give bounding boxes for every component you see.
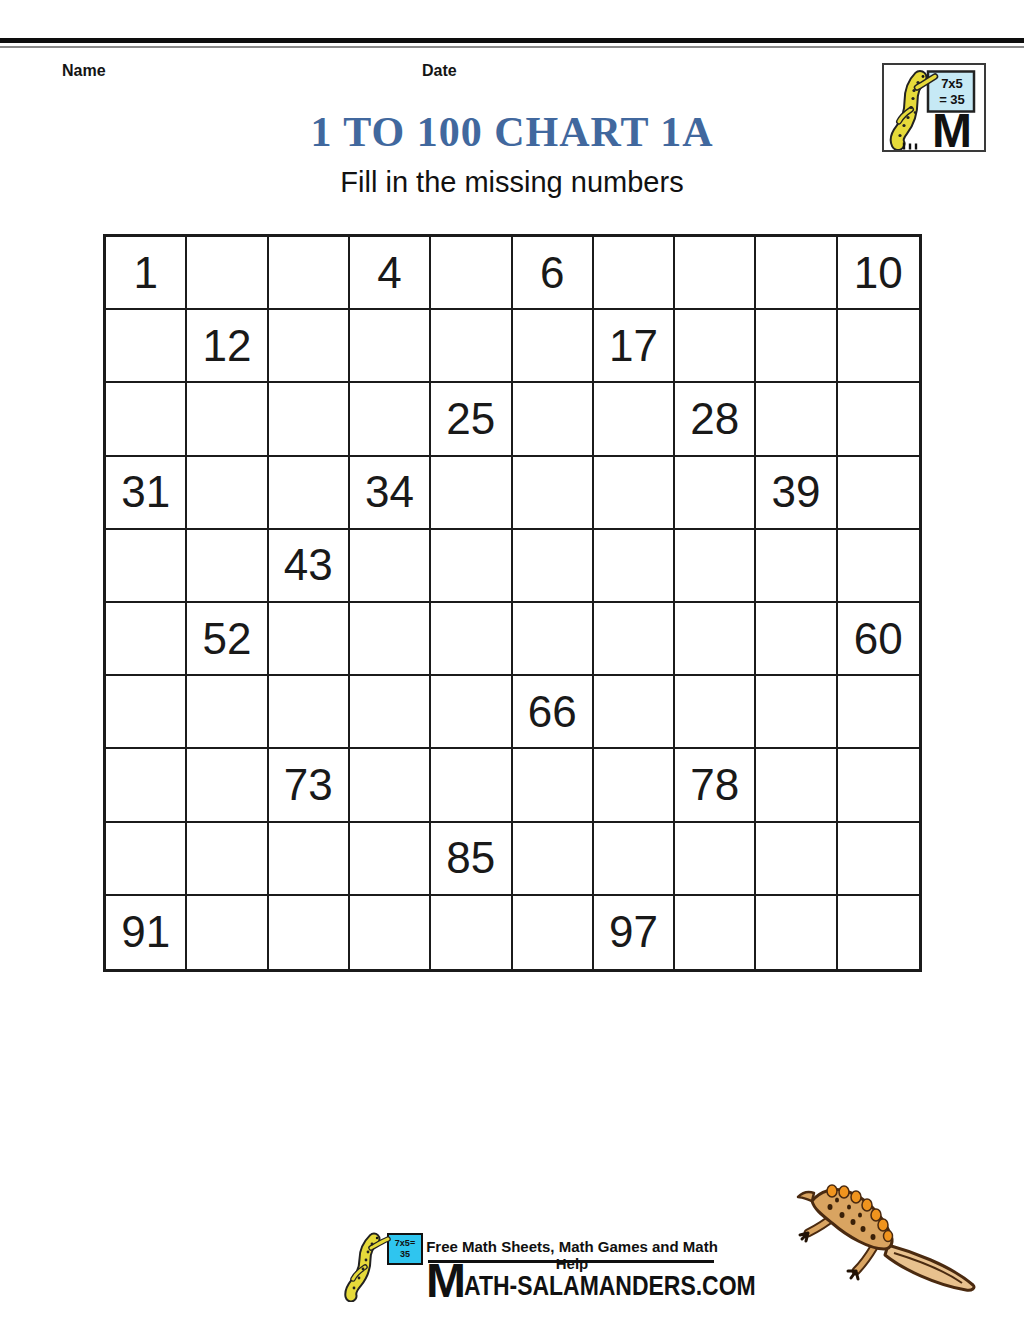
grid-cell-r10c7: 97 <box>594 896 675 969</box>
grid-cell-r3c7[interactable] <box>594 383 675 456</box>
grid-cell-r7c3[interactable] <box>269 676 350 749</box>
grid-cell-r9c8[interactable] <box>675 823 756 896</box>
footer-brand-text: ATH-SALAMANDERS.COM <box>464 1273 756 1300</box>
page-subtitle: Fill in the missing numbers <box>0 166 1024 199</box>
grid-cell-r3c4[interactable] <box>350 383 431 456</box>
page-title: 1 TO 100 CHART 1A <box>0 108 1024 156</box>
grid-cell-r8c4[interactable] <box>350 749 431 822</box>
grid-cell-r9c4[interactable] <box>350 823 431 896</box>
grid-cell-r1c1: 1 <box>106 237 187 310</box>
grid-cell-r2c2: 12 <box>187 310 268 383</box>
grid-cell-r1c6: 6 <box>513 237 594 310</box>
grid-cell-r5c4[interactable] <box>350 530 431 603</box>
footer-salamander-icon: 7x5= 35 <box>336 1230 436 1302</box>
grid-cell-r8c3: 73 <box>269 749 350 822</box>
grid-cell-r4c2[interactable] <box>187 457 268 530</box>
grid-cell-r6c2: 52 <box>187 603 268 676</box>
grid-cell-r3c2[interactable] <box>187 383 268 456</box>
grid-cell-r2c6[interactable] <box>513 310 594 383</box>
grid-cell-r6c1[interactable] <box>106 603 187 676</box>
grid-cell-r7c8[interactable] <box>675 676 756 749</box>
grid-cell-r10c2[interactable] <box>187 896 268 969</box>
grid-cell-r10c3[interactable] <box>269 896 350 969</box>
date-label: Date <box>422 62 457 80</box>
grid-cell-r9c3[interactable] <box>269 823 350 896</box>
grid-cell-r5c8[interactable] <box>675 530 756 603</box>
grid-cell-r7c2[interactable] <box>187 676 268 749</box>
grid-cell-r9c1[interactable] <box>106 823 187 896</box>
grid-cell-r1c5[interactable] <box>431 237 512 310</box>
grid-cell-r6c3[interactable] <box>269 603 350 676</box>
grid-cell-r1c7[interactable] <box>594 237 675 310</box>
grid-cell-r5c7[interactable] <box>594 530 675 603</box>
grid-cell-r1c2[interactable] <box>187 237 268 310</box>
grid-cell-r7c4[interactable] <box>350 676 431 749</box>
grid-cell-r3c5: 25 <box>431 383 512 456</box>
grid-cell-r1c9[interactable] <box>756 237 837 310</box>
footer-brand: M ATH-SALAMANDERS.COM <box>426 1256 820 1300</box>
grid-cell-r8c2[interactable] <box>187 749 268 822</box>
grid-cell-r5c9[interactable] <box>756 530 837 603</box>
grid-cell-r9c7[interactable] <box>594 823 675 896</box>
worksheet-page: Name Date 7x5 = 35 M <box>0 0 1024 1325</box>
grid-cell-r1c4: 4 <box>350 237 431 310</box>
grid-cell-r5c10[interactable] <box>838 530 919 603</box>
grid-cell-r6c6[interactable] <box>513 603 594 676</box>
grid-cell-r4c10[interactable] <box>838 457 919 530</box>
grid-cell-r6c8[interactable] <box>675 603 756 676</box>
grid-cell-r8c7[interactable] <box>594 749 675 822</box>
grid-cell-r7c9[interactable] <box>756 676 837 749</box>
newt-illustration <box>790 1166 990 1298</box>
grid-cell-r3c3[interactable] <box>269 383 350 456</box>
grid-cell-r7c1[interactable] <box>106 676 187 749</box>
grid-cell-r3c6[interactable] <box>513 383 594 456</box>
grid-cell-r4c7[interactable] <box>594 457 675 530</box>
grid-cell-r6c4[interactable] <box>350 603 431 676</box>
board-equation-line1: 7x5 <box>941 76 963 91</box>
grid-cell-r10c9[interactable] <box>756 896 837 969</box>
grid-cell-r3c9[interactable] <box>756 383 837 456</box>
grid-cell-r9c5: 85 <box>431 823 512 896</box>
grid-cell-r7c5[interactable] <box>431 676 512 749</box>
grid-cell-r4c3[interactable] <box>269 457 350 530</box>
grid-cell-r2c7: 17 <box>594 310 675 383</box>
footer-brand-initial: M <box>426 1261 464 1300</box>
grid-cell-r10c10[interactable] <box>838 896 919 969</box>
grid-cell-r5c5[interactable] <box>431 530 512 603</box>
grid-cell-r8c8: 78 <box>675 749 756 822</box>
grid-cell-r10c4[interactable] <box>350 896 431 969</box>
grid-cell-r2c4[interactable] <box>350 310 431 383</box>
grid-cell-r2c10[interactable] <box>838 310 919 383</box>
grid-cell-r1c10: 10 <box>838 237 919 310</box>
grid-cell-r8c1[interactable] <box>106 749 187 822</box>
grid-cell-r9c6[interactable] <box>513 823 594 896</box>
grid-cell-r4c8[interactable] <box>675 457 756 530</box>
grid-cell-r2c3[interactable] <box>269 310 350 383</box>
grid-cell-r4c6[interactable] <box>513 457 594 530</box>
grid-cell-r4c4: 34 <box>350 457 431 530</box>
footer-board-line2: 35 <box>400 1249 410 1259</box>
grid-cell-r4c5[interactable] <box>431 457 512 530</box>
grid-cell-r10c5[interactable] <box>431 896 512 969</box>
grid-cell-r10c1: 91 <box>106 896 187 969</box>
grid-cell-r5c1[interactable] <box>106 530 187 603</box>
grid-cell-r4c1: 31 <box>106 457 187 530</box>
grid-cell-r10c8[interactable] <box>675 896 756 969</box>
grid-cell-r4c9: 39 <box>756 457 837 530</box>
grid-cell-r3c10[interactable] <box>838 383 919 456</box>
grid-cell-r6c5[interactable] <box>431 603 512 676</box>
grid-cell-r1c8[interactable] <box>675 237 756 310</box>
grid-cell-r7c10[interactable] <box>838 676 919 749</box>
grid-cell-r5c6[interactable] <box>513 530 594 603</box>
grid-cell-r3c1[interactable] <box>106 383 187 456</box>
grid-cell-r2c1[interactable] <box>106 310 187 383</box>
grid-cell-r2c8[interactable] <box>675 310 756 383</box>
grid-cell-r8c10[interactable] <box>838 749 919 822</box>
grid-cell-r6c10: 60 <box>838 603 919 676</box>
hundred-chart-grid: 1461012172528313439435260667378859197 <box>103 234 922 972</box>
grid-cell-r9c2[interactable] <box>187 823 268 896</box>
grid-cell-r9c9[interactable] <box>756 823 837 896</box>
grid-cell-r2c5[interactable] <box>431 310 512 383</box>
grid-cell-r7c7[interactable] <box>594 676 675 749</box>
grid-cell-r7c6: 66 <box>513 676 594 749</box>
name-label: Name <box>62 62 106 80</box>
grid-cell-r3c8: 28 <box>675 383 756 456</box>
grid-cell-r8c6[interactable] <box>513 749 594 822</box>
grid-cell-r8c9[interactable] <box>756 749 837 822</box>
grid-cell-r6c9[interactable] <box>756 603 837 676</box>
top-rule <box>0 38 1024 43</box>
grid-cell-r9c10[interactable] <box>838 823 919 896</box>
grid-cell-r1c3[interactable] <box>269 237 350 310</box>
grid-cell-r8c5[interactable] <box>431 749 512 822</box>
footer-board-line1: 7x5= <box>395 1238 415 1248</box>
grid-cell-r5c2[interactable] <box>187 530 268 603</box>
grid-cell-r5c3: 43 <box>269 530 350 603</box>
grid-cell-r10c6[interactable] <box>513 896 594 969</box>
grid-cell-r2c9[interactable] <box>756 310 837 383</box>
grid-cell-r6c7[interactable] <box>594 603 675 676</box>
top-rule-shadow <box>0 46 1024 48</box>
